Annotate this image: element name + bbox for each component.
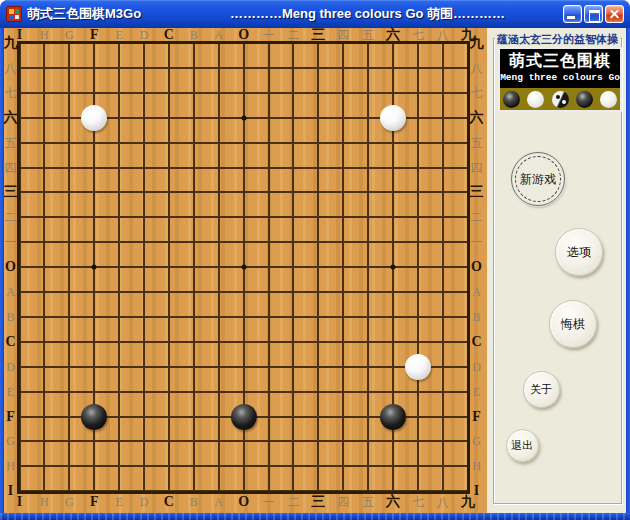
coordinate-label-right: 五 [471, 134, 483, 151]
coordinate-label-top: 六 [386, 26, 400, 44]
minimize-button[interactable] [563, 5, 582, 23]
banner-stone-black [503, 91, 520, 108]
coordinate-label-right: 二 [471, 209, 483, 226]
coordinate-label-left: 二 [5, 209, 17, 226]
stone-white-七D [405, 354, 431, 380]
coordinate-label-bottom: 五 [362, 494, 374, 511]
coordinate-label-top: O [238, 27, 249, 43]
coordinate-label-top: H [40, 28, 49, 43]
coordinate-label-left: H [6, 459, 15, 474]
coordinate-label-right: 四 [471, 159, 483, 176]
coordinate-label-left: B [6, 309, 14, 324]
coordinate-label-top: D [140, 28, 149, 43]
coordinate-label-left: C [5, 334, 15, 350]
coordinate-label-left: I [8, 483, 13, 499]
coordinate-label-bottom: D [140, 495, 149, 510]
coordinate-label-top: 八 [437, 27, 449, 44]
coordinate-label-left: 五 [5, 134, 17, 151]
star-point [391, 265, 396, 270]
go-board[interactable]: IIHHGGFFEEDDCCBBAAOO一一二二三三四四五五六六七七八八九九九九… [4, 28, 487, 513]
coordinate-label-top: E [115, 28, 122, 43]
coordinate-label-right: 八 [471, 59, 483, 76]
banner-stones-strip [500, 88, 620, 110]
star-point [241, 265, 246, 270]
stone-black-六F [380, 404, 406, 430]
coordinate-label-right: 七 [471, 84, 483, 101]
maximize-button[interactable] [584, 5, 603, 23]
coordinate-label-top: 四 [337, 27, 349, 44]
banner-text: 萌式三色围棋 Meng three colours Go [500, 49, 620, 88]
coordinate-label-top: 五 [362, 27, 374, 44]
coordinate-label-right: D [472, 359, 481, 374]
banner-stone-black [576, 91, 593, 108]
options-button[interactable]: 选项 [555, 228, 603, 276]
banner-stone-white [600, 91, 617, 108]
coordinate-label-left: 四 [5, 159, 17, 176]
window-controls [563, 5, 624, 23]
groupbox-title: 蕴涵太玄三分的益智体操 [495, 32, 620, 47]
coordinate-label-top: 三 [311, 26, 325, 44]
coordinate-label-bottom: H [40, 495, 49, 510]
coordinate-label-top: 七 [412, 27, 424, 44]
coordinate-label-top: 二 [287, 27, 299, 44]
coordinate-label-top: 一 [263, 27, 275, 44]
coordinate-label-top: I [17, 27, 22, 43]
options-button-label: 选项 [567, 244, 591, 261]
coordinate-label-bottom: O [238, 494, 249, 510]
star-point [241, 115, 246, 120]
undo-button[interactable]: 悔棋 [549, 300, 597, 348]
new-game-button[interactable]: 新游戏 [511, 152, 565, 206]
control-panel: 蕴涵太玄三分的益智体操 萌式三色围棋 Meng three colours Go… [487, 28, 626, 513]
coordinate-label-right: 九 [470, 34, 484, 52]
about-button-label: 关于 [530, 382, 552, 397]
undo-button-label: 悔棋 [561, 316, 585, 333]
coordinate-label-top: G [65, 28, 74, 43]
stone-white-六六 [380, 105, 406, 131]
coordinate-label-left: E [7, 384, 14, 399]
coordinate-label-right: H [472, 459, 481, 474]
coordinate-label-right: 三 [470, 183, 484, 201]
coordinate-label-top: C [164, 27, 174, 43]
coordinate-label-bottom: 二 [287, 494, 299, 511]
star-point [92, 265, 97, 270]
window-titlebar[interactable]: 萌式三色围棋M3Go …………Meng three colours Go 萌围…… [0, 0, 630, 28]
coordinate-label-bottom: F [90, 494, 99, 510]
coordinate-label-left: 七 [5, 84, 17, 101]
coordinate-label-right: I [474, 483, 479, 499]
coordinate-label-bottom: I [17, 494, 22, 510]
coordinate-label-bottom: G [65, 495, 74, 510]
coordinate-label-bottom: 六 [386, 493, 400, 511]
coordinate-label-bottom: 八 [437, 494, 449, 511]
window-border-bottom [0, 513, 630, 520]
coordinate-label-right: O [471, 259, 482, 275]
coordinate-label-bottom: C [164, 494, 174, 510]
exit-button[interactable]: 退出 [506, 429, 539, 462]
window-border-right [626, 28, 630, 513]
coordinate-label-bottom: 七 [412, 494, 424, 511]
about-button[interactable]: 关于 [523, 371, 560, 408]
coordinate-label-right: 一 [471, 234, 483, 251]
coordinate-label-right: E [473, 384, 480, 399]
coordinate-label-bottom: A [214, 495, 223, 510]
coordinate-label-top: A [214, 28, 223, 43]
coordinate-label-left: 八 [5, 59, 17, 76]
coordinate-label-bottom: 四 [337, 494, 349, 511]
coordinate-label-bottom: 三 [311, 493, 325, 511]
stone-black-OF [231, 404, 257, 430]
coordinate-label-left: G [6, 434, 15, 449]
app-icon[interactable] [6, 6, 22, 22]
app-window: 萌式三色围棋M3Go …………Meng three colours Go 萌围…… [0, 0, 630, 520]
coordinate-label-left: O [5, 259, 16, 275]
window-border-left [0, 28, 4, 513]
coordinate-label-left: 一 [5, 234, 17, 251]
coordinate-label-top: F [90, 27, 99, 43]
game-banner: 萌式三色围棋 Meng three colours Go [498, 47, 622, 112]
coordinate-label-left: F [6, 409, 15, 425]
banner-title: 萌式三色围棋 [500, 50, 620, 72]
coordinate-label-left: 六 [4, 109, 18, 127]
coordinate-label-bottom: 一 [263, 494, 275, 511]
coordinate-label-top: B [190, 28, 198, 43]
coordinate-label-right: F [472, 409, 481, 425]
banner-subtitle: Meng three colours Go [500, 72, 620, 84]
board-area: IIHHGGFFEEDDCCBBAAOO一一二二三三四四五五六六七七八八九九九九… [4, 28, 487, 513]
coordinate-label-right: G [472, 434, 481, 449]
coordinate-label-right: A [472, 285, 481, 300]
coordinate-label-right: 六 [470, 109, 484, 127]
coordinate-label-left: A [6, 285, 15, 300]
coordinate-label-bottom: E [115, 495, 122, 510]
close-button[interactable] [605, 5, 624, 23]
stone-black-FF [81, 404, 107, 430]
coordinate-label-left: 九 [4, 34, 18, 52]
coordinate-label-left: 三 [4, 183, 18, 201]
coordinate-label-right: C [471, 334, 481, 350]
banner-stone-white [527, 91, 544, 108]
coordinate-label-left: D [6, 359, 15, 374]
coordinate-label-right: B [472, 309, 480, 324]
window-title: 萌式三色围棋M3Go [27, 5, 141, 23]
coordinate-label-bottom: B [190, 495, 198, 510]
banner-stone-taiji [552, 91, 569, 108]
window-title-center: …………Meng three colours Go 萌围………… [185, 5, 550, 23]
stone-white-F六 [81, 105, 107, 131]
coordinate-label-bottom: 九 [461, 493, 475, 511]
exit-button-label: 退出 [511, 438, 533, 453]
